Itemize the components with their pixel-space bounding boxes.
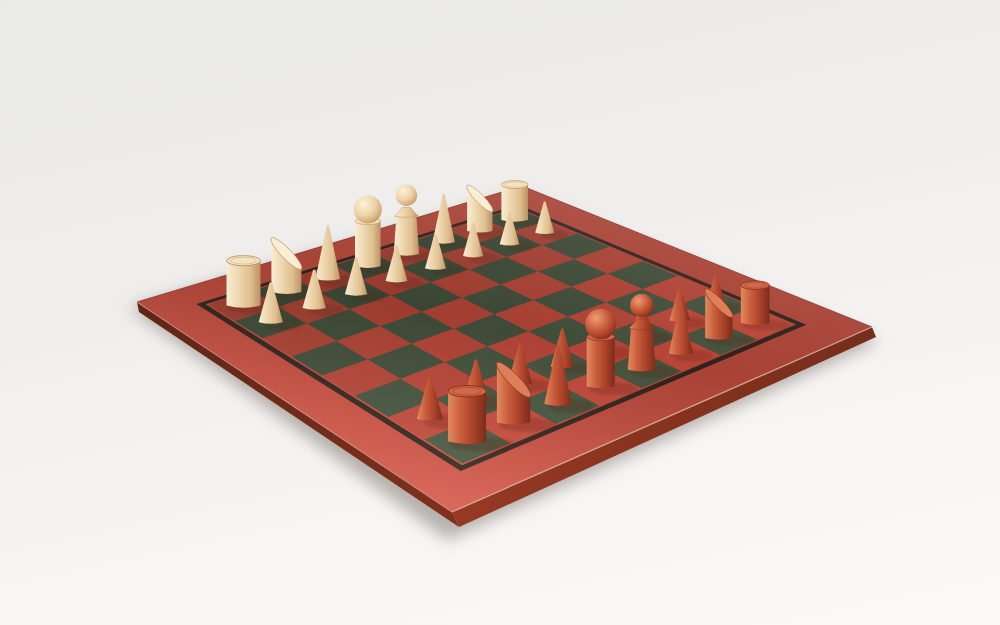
chessboard-scene bbox=[0, 0, 1000, 625]
photo-stage bbox=[0, 0, 1000, 625]
